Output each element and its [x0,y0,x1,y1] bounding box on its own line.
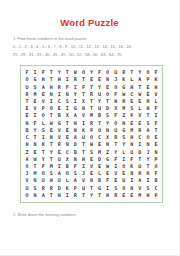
grid-cell-r9c11: N [104,127,112,134]
grid-cell-r4c2: M [31,91,39,98]
grid-cell-r14c14: K [128,163,136,170]
grid-cell-r13c12: F [112,156,120,163]
grid-cell-r9c14: M [128,127,136,134]
grid-cell-r16c4: W [47,177,55,184]
grid-cell-r12c1: Z [23,148,31,155]
grid-cell-r5c4: I [47,98,55,105]
grid-cell-r7c11: S [104,112,112,119]
grid-cell-r8c11: Y [104,120,112,127]
grid-cell-r10c16: O [144,134,152,141]
grid-cell-r13c9: E [87,156,95,163]
grid-cell-r13c8: H [79,156,87,163]
grid-cell-r17c7: P [71,185,79,192]
grid-cell-r16c8: V [79,177,87,184]
grid-cell-r3c14: H [128,83,136,90]
grid-cell-r6c9: T [87,105,95,112]
grid-cell-r15c11: E [104,170,112,177]
grid-cell-r14c10: E [96,163,104,170]
grid-cell-r18c2: N [31,192,39,199]
grid-cell-r8c10: T [96,120,104,127]
grid-cell-r9c8: K [79,127,87,134]
grid-cell-r2c13: K [120,76,128,83]
grid-cell-r4c10: U [96,91,104,98]
grid-cell-r2c10: E [96,76,104,83]
grid-cell-r15c17: F [152,170,160,177]
instruction-find-numbers: 1. Find these numbers in the word puzzle… [13,36,171,41]
grid-cell-r17c12: S [112,185,120,192]
grid-cell-r15c15: R [136,170,144,177]
grid-cell-r10c15: C [136,134,144,141]
grid-cell-r7c5: B [55,112,63,119]
grid-cell-r5c15: E [136,98,144,105]
grid-cell-r13c5: U [55,156,63,163]
grid-cell-r4c9: R [87,91,95,98]
grid-cell-r13c4: T [47,156,55,163]
grid-cell-r13c10: D [96,156,104,163]
grid-cell-r7c14: P [128,112,136,119]
grid-cell-r17c15: V [136,185,144,192]
grid-cell-r4c8: T [79,91,87,98]
grid-cell-r6c8: H [79,105,87,112]
grid-cell-r5c1: T [23,98,31,105]
grid-cell-r17c10: G [96,185,104,192]
grid-cell-r7c4: T [47,112,55,119]
grid-cell-r4c12: F [112,91,120,98]
grid-cell-r8c5: G [55,120,63,127]
grid-cell-r4c16: E [144,91,152,98]
grid-cell-r1c6: T [63,69,71,76]
grid-cell-r14c16: T [144,163,152,170]
grid-cell-r18c1: O [23,192,31,199]
grid-cell-r3c10: Y [96,83,104,90]
grid-cell-r3c8: F [79,83,87,90]
grid-cell-r18c10: T [96,192,104,199]
grid-cell-r6c16: H [144,105,152,112]
grid-cell-r16c5: U [55,177,63,184]
grid-cell-r12c17: N [152,148,160,155]
numbers-list-line1: 0 - 1 - 2 - 3 - 4 - 5 - 6 - 7 - 8 - 9 - … [13,44,171,49]
grid-cell-r9c15: R [136,127,144,134]
grid-cell-r12c6: C [63,148,71,155]
grid-cell-r9c6: E [63,127,71,134]
grid-cell-r6c4: O [47,105,55,112]
grid-cell-r10c12: R [112,134,120,141]
grid-cell-r4c7: Y [71,91,79,98]
grid-cell-r4c13: W [120,91,128,98]
grid-cell-r14c4: M [47,163,55,170]
grid-cell-r16c14: I [128,177,136,184]
grid-cell-r3c9: T [87,83,95,90]
grid-cell-r1c13: R [120,69,128,76]
grid-cell-r10c1: C [23,134,31,141]
grid-cell-r8c1: N [23,120,31,127]
grid-cell-r11c16: N [144,141,152,148]
grid-cell-r1c9: Y [87,69,95,76]
grid-cell-r10c5: V [55,134,63,141]
grid-cell-r16c6: L [63,177,71,184]
grid-cell-r14c17: O [152,163,160,170]
grid-cell-r5c17: L [152,98,160,105]
grid-cell-r16c13: U [120,177,128,184]
grid-cell-r15c8: J [79,170,87,177]
grid-cell-r3c3: A [39,83,47,90]
grid-cell-r7c13: Z [120,112,128,119]
grid-cell-r17c4: R [47,185,55,192]
grid-cell-r3c2: S [31,83,39,90]
grid-cell-r7c8: V [79,112,87,119]
grid-cell-r12c12: Y [112,148,120,155]
grid-cell-r14c8: I [79,163,87,170]
grid-cell-r8c7: H [71,120,79,127]
instruction-write-missing: 2. Write down the missing numbers: [13,212,171,217]
grid-cell-r13c13: I [120,156,128,163]
grid-cell-r2c7: R [71,76,79,83]
grid-cell-r8c13: N [120,120,128,127]
grid-cell-r10c3: I [39,134,47,141]
grid-cell-r11c3: K [39,141,47,148]
grid-cell-r18c16: H [144,192,152,199]
grid-cell-r9c9: P [87,127,95,134]
grid-cell-r17c2: S [31,185,39,192]
grid-cell-r15c10: L [96,170,104,177]
grid-cell-r4c17: V [152,91,160,98]
grid-cell-r6c1: E [23,105,31,112]
grid-cell-r16c16: I [144,177,152,184]
grid-cell-r13c14: F [128,156,136,163]
grid-cell-r15c12: V [112,170,120,177]
grid-cell-r6c10: U [96,105,104,112]
grid-cell-r7c2: I [31,112,39,119]
grid-cell-r15c16: K [144,170,152,177]
grid-cell-r11c17: E [152,141,160,148]
grid-cell-r14c2: T [31,163,39,170]
grid-cell-r7c3: O [39,112,47,119]
grid-cell-r18c17: P [152,192,160,199]
grid-cell-r1c3: F [39,69,47,76]
grid-cell-r4c6: N [63,91,71,98]
grid-cell-r17c11: I [104,185,112,192]
grid-cell-r8c2: F [31,120,39,127]
grid-cell-r1c11: O [104,69,112,76]
grid-cell-r12c3: T [39,148,47,155]
grid-cell-r16c11: F [104,177,112,184]
grid-cell-r7c1: E [23,112,31,119]
grid-cell-r5c14: E [128,98,136,105]
grid-cell-r1c4: T [47,69,55,76]
grid-cell-r16c10: B [96,177,104,184]
grid-cell-r12c16: J [144,148,152,155]
grid-cell-r11c4: T [47,141,55,148]
grid-cell-r2c5: H [55,76,63,83]
grid-cell-r10c6: E [63,134,71,141]
grid-cell-r9c1: B [23,127,31,134]
grid-cell-r1c10: F [96,69,104,76]
grid-cell-r11c2: N [31,141,39,148]
grid-cell-r6c7: G [71,105,79,112]
grid-cell-r17c14: N [128,185,136,192]
grid-cell-r6c13: M [120,105,128,112]
grid-cell-r9c7: N [71,127,79,134]
grid-cell-r7c9: M [87,112,95,119]
grid-cell-r15c14: N [128,170,136,177]
grid-cell-r15c5: A [55,170,63,177]
grid-cell-r5c10: Y [96,98,104,105]
grid-cell-r14c5: I [55,163,63,170]
grid-cell-r3c17: H [152,83,160,90]
grid-cell-r10c7: A [71,134,79,141]
grid-cell-r3c16: E [144,83,152,90]
grid-cell-r9c3: S [39,127,47,134]
grid-cell-r3c6: F [63,83,71,90]
grid-cell-r6c6: I [63,105,71,112]
grid-cell-r16c9: N [87,177,95,184]
grid-cell-r3c1: U [23,83,31,90]
grid-cell-r12c9: S [87,148,95,155]
grid-cell-r18c3: A [39,192,47,199]
grid-cell-r6c17: F [152,105,160,112]
grid-cell-r9c17: T [152,127,160,134]
grid-cell-r18c14: E [128,192,136,199]
grid-cell-r16c15: A [136,177,144,184]
grid-cell-r6c3: P [39,105,47,112]
grid-cell-r11c13: Y [120,141,128,148]
grid-cell-r13c6: X [63,156,71,163]
grid-cell-r12c15: D [136,148,144,155]
grid-cell-r18c7: R [71,192,79,199]
grid-cell-r12c14: U [128,148,136,155]
grid-cell-r16c3: U [39,177,47,184]
grid-cell-r18c15: M [136,192,144,199]
grid-cell-r11c9: W [87,141,95,148]
grid-cell-r13c3: Y [39,156,47,163]
grid-cell-r8c14: E [128,120,136,127]
grid-cell-r9c2: Y [31,127,39,134]
grid-cell-r10c11: X [104,134,112,141]
grid-cell-r11c12: T [112,141,120,148]
grid-cell-r7c17: I [152,112,160,119]
grid-cell-r2c14: L [128,76,136,83]
grid-cell-r3c15: T [136,83,144,90]
grid-cell-r13c15: T [136,156,144,163]
grid-cell-r17c5: D [55,185,63,192]
grid-cell-r5c5: C [55,98,63,105]
grid-cell-r17c8: U [79,185,87,192]
grid-cell-r1c1: F [23,69,31,76]
grid-cell-r1c17: F [152,69,160,76]
grid-cell-r10c2: T [31,134,39,141]
grid-cell-r14c1: O [23,163,31,170]
grid-cell-r18c13: E [120,192,128,199]
grid-cell-r7c10: B [96,112,104,119]
grid-cell-r1c14: T [128,69,136,76]
grid-cell-r2c1: O [23,76,31,83]
grid-cell-r11c6: N [63,141,71,148]
grid-cell-r4c15: W [136,91,144,98]
grid-cell-r15c6: O [63,170,71,177]
grid-cell-r10c17: E [152,134,160,141]
grid-cell-r10c13: S [120,134,128,141]
grid-cell-r8c15: E [136,120,144,127]
grid-cell-r16c1: V [23,177,31,184]
grid-cell-r1c16: O [144,69,152,76]
grid-cell-r3c5: R [55,83,63,90]
grid-cell-r9c5: V [55,127,63,134]
grid-cell-r15c3: O [39,170,47,177]
grid-cell-r17c17: C [152,185,160,192]
grid-cell-r14c6: B [63,163,71,170]
grid-cell-r3c13: G [120,83,128,90]
grid-cell-r4c5: I [55,91,63,98]
grid-cell-r4c1: R [23,91,31,98]
grid-cell-r2c12: J [112,76,120,83]
grid-cell-r8c17: F [152,120,160,127]
grid-cell-r6c11: D [104,105,112,112]
worksheet-page: Word Puzzle 1. Find these numbers in the… [0,0,180,256]
grid-cell-r8c3: L [39,120,47,127]
grid-cell-r9c13: G [120,127,128,134]
grid-cell-r2c9: E [87,76,95,83]
grid-cell-r18c8: T [79,192,87,199]
grid-cell-r17c1: U [23,185,31,192]
grid-cell-r11c5: R [55,141,63,148]
grid-cell-r13c17: P [152,156,160,163]
grid-cell-r12c11: Z [104,148,112,155]
grid-cell-r9c16: A [144,127,152,134]
grid-cell-r7c6: X [63,112,71,119]
grid-cell-r11c8: T [79,141,87,148]
word-search-board: FIFTYTWOYFOURTYOFOGHTHIRTEENJKLAPKUSAHRF… [20,65,163,203]
grid-cell-r17c6: K [63,185,71,192]
grid-cell-r6c2: V [31,105,39,112]
grid-cell-r12c2: E [31,148,39,155]
grid-cell-r17c13: O [120,185,128,192]
grid-cell-r13c7: N [71,156,79,163]
grid-cell-r14c3: F [39,163,47,170]
numbers-list-line2: 25 - 29 - 31 - 33 - 40 - 45 - 49 - 50 - … [13,52,171,57]
grid-cell-r5c11: T [104,98,112,105]
grid-cell-r2c8: T [79,76,87,83]
grid-cell-r11c7: D [71,141,79,148]
grid-cell-r14c12: I [112,163,120,170]
grid-cell-r14c13: O [120,163,128,170]
grid-cell-r18c4: T [47,192,55,199]
grid-cell-r17c16: S [144,185,152,192]
grid-cell-r3c12: O [112,83,120,90]
grid-cell-r7c15: V [136,112,144,119]
grid-cell-r2c4: T [47,76,55,83]
grid-cell-r5c13: R [120,98,128,105]
grid-cell-r8c6: T [63,120,71,127]
grid-cell-r6c5: E [55,105,63,112]
grid-cell-r1c15: Y [136,69,144,76]
grid-cell-r13c2: W [31,156,39,163]
grid-cell-r15c1: J [23,170,31,177]
grid-cell-r11c10: E [96,141,104,148]
grid-cell-r10c4: N [47,134,55,141]
grid-cell-r11c14: N [128,141,136,148]
grid-cell-r13c16: Y [144,156,152,163]
grid-cell-r2c15: A [136,76,144,83]
grid-cell-r12c7: B [71,148,79,155]
grid-cell-r3c4: H [47,83,55,90]
grid-cell-r12c13: L [120,148,128,155]
grid-cell-r7c12: F [112,112,120,119]
grid-cell-r16c7: A [71,177,79,184]
grid-cell-r18c5: H [55,192,63,199]
grid-cell-r11c1: H [23,141,31,148]
grid-cell-r16c2: N [31,177,39,184]
grid-cell-r9c12: U [112,127,120,134]
word-search-grid: FIFTYTWOYFOURTYOFOGHTHIRTEENJKLAPKUSAHRF… [23,69,160,199]
grid-cell-r5c3: V [39,98,47,105]
grid-cell-r8c9: R [87,120,95,127]
grid-cell-r2c17: K [152,76,160,83]
grid-cell-r9c4: E [47,127,55,134]
grid-cell-r16c17: B [152,177,160,184]
grid-cell-r2c16: P [144,76,152,83]
grid-cell-r8c4: W [47,120,55,127]
grid-cell-r5c12: H [112,98,120,105]
grid-cell-r7c16: T [144,112,152,119]
grid-cell-r3c7: I [71,83,79,90]
grid-cell-r15c9: E [87,170,95,177]
grid-cell-r14c11: W [104,163,112,170]
grid-cell-r14c15: U [136,163,144,170]
grid-cell-r5c7: I [71,98,79,105]
grid-cell-r2c2: G [31,76,39,83]
grid-cell-r2c3: H [39,76,47,83]
grid-cell-r1c8: O [79,69,87,76]
grid-cell-r4c3: E [39,91,47,98]
grid-cell-r2c6: I [63,76,71,83]
grid-cell-r5c8: X [79,98,87,105]
grid-cell-r12c8: T [79,148,87,155]
grid-cell-r14c7: F [71,163,79,170]
grid-cell-r10c14: H [128,134,136,141]
grid-cell-r11c11: N [104,141,112,148]
grid-cell-r8c12: O [112,120,120,127]
grid-cell-r1c2: I [31,69,39,76]
grid-cell-r6c14: S [128,105,136,112]
grid-cell-r15c2: M [31,170,39,177]
grid-cell-r18c9: Y [87,192,95,199]
grid-cell-r5c16: R [144,98,152,105]
grid-cell-r5c2: E [31,98,39,105]
grid-cell-r12c4: Y [47,148,55,155]
grid-cell-r4c11: O [104,91,112,98]
grid-cell-r4c14: C [128,91,136,98]
grid-cell-r10c9: O [87,134,95,141]
grid-cell-r1c7: W [71,69,79,76]
grid-cell-r13c11: G [104,156,112,163]
grid-cell-r6c12: X [112,105,120,112]
grid-cell-r17c9: T [87,185,95,192]
grid-cell-r9c10: O [96,127,104,134]
grid-cell-r4c4: N [47,91,55,98]
grid-cell-r11c15: I [136,141,144,148]
grid-cell-r7c7: A [71,112,79,119]
grid-cell-r13c1: A [23,156,31,163]
grid-cell-r1c5: Y [55,69,63,76]
grid-cell-r17c3: R [39,185,47,192]
grid-cell-r5c6: S [63,98,71,105]
grid-cell-r1c12: U [112,69,120,76]
grid-cell-r12c5: E [55,148,63,155]
grid-cell-r5c9: T [87,98,95,105]
grid-cell-r8c16: S [144,120,152,127]
grid-cell-r18c12: R [112,192,120,199]
grid-cell-r6c15: L [136,105,144,112]
